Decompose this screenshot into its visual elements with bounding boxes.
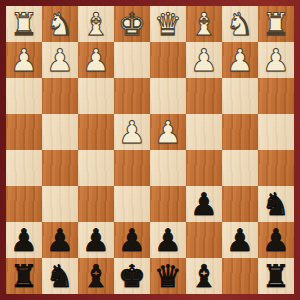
square-e5[interactable] <box>114 150 150 186</box>
white-king[interactable]: ♚ <box>118 6 146 42</box>
square-e6[interactable] <box>114 186 150 222</box>
square-g7[interactable]: ♟ <box>42 222 78 258</box>
square-h4[interactable] <box>6 114 42 150</box>
square-c7[interactable] <box>186 222 222 258</box>
square-g8[interactable]: ♞ <box>42 258 78 294</box>
square-e7[interactable]: ♟ <box>114 222 150 258</box>
black-rook[interactable]: ♜ <box>10 258 38 294</box>
square-a6[interactable]: ♞ <box>258 186 294 222</box>
black-pawn[interactable]: ♟ <box>10 222 38 258</box>
square-e1[interactable]: ♚ <box>114 6 150 42</box>
black-bishop[interactable]: ♝ <box>82 258 110 294</box>
square-d6[interactable] <box>150 186 186 222</box>
white-bishop[interactable]: ♝ <box>82 6 110 42</box>
square-a4[interactable] <box>258 114 294 150</box>
white-queen[interactable]: ♛ <box>154 6 182 42</box>
square-f1[interactable]: ♝ <box>78 6 114 42</box>
square-b4[interactable] <box>222 114 258 150</box>
square-c4[interactable] <box>186 114 222 150</box>
square-c3[interactable] <box>186 78 222 114</box>
square-f8[interactable]: ♝ <box>78 258 114 294</box>
square-a3[interactable] <box>258 78 294 114</box>
white-pawn[interactable]: ♟ <box>82 42 110 78</box>
black-pawn[interactable]: ♟ <box>262 222 290 258</box>
square-b1[interactable]: ♞ <box>222 6 258 42</box>
square-g2[interactable]: ♟ <box>42 42 78 78</box>
square-f6[interactable] <box>78 186 114 222</box>
white-pawn[interactable]: ♟ <box>154 114 182 150</box>
square-d8[interactable]: ♛ <box>150 258 186 294</box>
square-b5[interactable] <box>222 150 258 186</box>
square-c6[interactable]: ♟ <box>186 186 222 222</box>
black-knight[interactable]: ♞ <box>46 258 74 294</box>
square-h6[interactable] <box>6 186 42 222</box>
square-c1[interactable]: ♝ <box>186 6 222 42</box>
square-h2[interactable]: ♟ <box>6 42 42 78</box>
square-b6[interactable] <box>222 186 258 222</box>
square-f2[interactable]: ♟ <box>78 42 114 78</box>
black-pawn[interactable]: ♟ <box>226 222 254 258</box>
square-d1[interactable]: ♛ <box>150 6 186 42</box>
square-e3[interactable] <box>114 78 150 114</box>
white-pawn[interactable]: ♟ <box>226 42 254 78</box>
square-d4[interactable]: ♟ <box>150 114 186 150</box>
square-b2[interactable]: ♟ <box>222 42 258 78</box>
square-h1[interactable]: ♜ <box>6 6 42 42</box>
square-c2[interactable]: ♟ <box>186 42 222 78</box>
white-pawn[interactable]: ♟ <box>190 42 218 78</box>
black-queen[interactable]: ♛ <box>154 258 182 294</box>
black-pawn[interactable]: ♟ <box>82 222 110 258</box>
square-e4[interactable]: ♟ <box>114 114 150 150</box>
white-pawn[interactable]: ♟ <box>46 42 74 78</box>
square-f4[interactable] <box>78 114 114 150</box>
square-g5[interactable] <box>42 150 78 186</box>
black-king[interactable]: ♚ <box>118 258 146 294</box>
white-pawn[interactable]: ♟ <box>10 42 38 78</box>
black-pawn[interactable]: ♟ <box>46 222 74 258</box>
square-g6[interactable] <box>42 186 78 222</box>
square-e8[interactable]: ♚ <box>114 258 150 294</box>
black-pawn[interactable]: ♟ <box>118 222 146 258</box>
black-knight[interactable]: ♞ <box>262 186 290 222</box>
square-a7[interactable]: ♟ <box>258 222 294 258</box>
black-pawn[interactable]: ♟ <box>190 186 218 222</box>
square-f5[interactable] <box>78 150 114 186</box>
square-b8[interactable] <box>222 258 258 294</box>
square-h7[interactable]: ♟ <box>6 222 42 258</box>
white-rook[interactable]: ♜ <box>262 6 290 42</box>
white-knight[interactable]: ♞ <box>46 6 74 42</box>
square-a1[interactable]: ♜ <box>258 6 294 42</box>
white-knight[interactable]: ♞ <box>226 6 254 42</box>
square-a8[interactable]: ♜ <box>258 258 294 294</box>
black-rook[interactable]: ♜ <box>262 258 290 294</box>
square-b7[interactable]: ♟ <box>222 222 258 258</box>
square-d5[interactable] <box>150 150 186 186</box>
chess-board-frame: ♜♞♝♚♛♝♞♜♟♟♟♟♟♟♟♟♟♞♟♟♟♟♟♟♟♜♞♝♚♛♝♜ <box>0 0 300 300</box>
white-rook[interactable]: ♜ <box>10 6 38 42</box>
square-a2[interactable]: ♟ <box>258 42 294 78</box>
square-f3[interactable] <box>78 78 114 114</box>
square-f7[interactable]: ♟ <box>78 222 114 258</box>
square-h8[interactable]: ♜ <box>6 258 42 294</box>
square-d7[interactable]: ♟ <box>150 222 186 258</box>
square-c5[interactable] <box>186 150 222 186</box>
square-d2[interactable] <box>150 42 186 78</box>
square-h3[interactable] <box>6 78 42 114</box>
square-a5[interactable] <box>258 150 294 186</box>
square-h5[interactable] <box>6 150 42 186</box>
white-pawn[interactable]: ♟ <box>262 42 290 78</box>
chess-board: ♜♞♝♚♛♝♞♜♟♟♟♟♟♟♟♟♟♞♟♟♟♟♟♟♟♜♞♝♚♛♝♜ <box>6 6 294 294</box>
square-g1[interactable]: ♞ <box>42 6 78 42</box>
black-pawn[interactable]: ♟ <box>154 222 182 258</box>
square-e2[interactable] <box>114 42 150 78</box>
square-b3[interactable] <box>222 78 258 114</box>
square-d3[interactable] <box>150 78 186 114</box>
square-c8[interactable]: ♝ <box>186 258 222 294</box>
black-bishop[interactable]: ♝ <box>190 258 218 294</box>
square-g3[interactable] <box>42 78 78 114</box>
white-bishop[interactable]: ♝ <box>190 6 218 42</box>
square-g4[interactable] <box>42 114 78 150</box>
white-pawn[interactable]: ♟ <box>118 114 146 150</box>
